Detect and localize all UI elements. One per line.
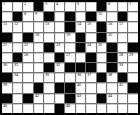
cell-r9c2[interactable] xyxy=(13,83,23,92)
cell-r5c9[interactable]: 24 xyxy=(86,43,96,52)
clue-number: 20 xyxy=(108,33,112,37)
cell-r2c2 xyxy=(13,12,23,21)
cell-r11c3[interactable] xyxy=(23,104,33,113)
cell-r1c5[interactable]: 3 xyxy=(44,2,54,11)
cell-r3c10 xyxy=(97,22,107,31)
cell-r3c13[interactable] xyxy=(128,22,138,31)
cell-r7c8 xyxy=(76,63,86,72)
cell-r7c6[interactable]: 32 xyxy=(55,63,65,72)
cell-r4c8 xyxy=(76,33,86,42)
clue-number: 37 xyxy=(87,73,91,77)
cell-r7c10[interactable] xyxy=(97,63,107,72)
crossword-grid: 1234567891011121314151617181920212223242… xyxy=(0,0,140,115)
clue-number: 11 xyxy=(3,22,7,26)
cell-r2c13[interactable] xyxy=(128,12,138,21)
cell-r3c9[interactable]: 15 xyxy=(86,22,96,31)
cell-r6c6 xyxy=(55,53,65,62)
clue-number: 44 xyxy=(108,94,112,98)
clue-number: 1 xyxy=(3,2,5,6)
cell-r9c6 xyxy=(55,83,65,92)
cell-r11c11[interactable] xyxy=(107,104,117,113)
cell-r4c7[interactable]: 19 xyxy=(65,33,75,42)
cell-r4c5[interactable] xyxy=(44,33,54,42)
cell-r1c13[interactable]: 7 xyxy=(128,2,138,11)
clue-number: 32 xyxy=(56,63,60,67)
cell-r3c11[interactable]: 16 xyxy=(107,22,117,31)
cell-r3c1[interactable]: 11 xyxy=(2,22,12,31)
clue-number: 5 xyxy=(77,2,79,6)
cell-r9c9[interactable] xyxy=(86,83,96,92)
cell-r4c12[interactable] xyxy=(118,33,128,42)
clue-number: 17 xyxy=(119,22,123,26)
cell-r8c2[interactable]: 34 xyxy=(13,73,23,82)
clue-number: 8 xyxy=(24,12,26,16)
cell-r10c8[interactable]: 43 xyxy=(76,94,86,103)
clue-number: 9 xyxy=(35,12,37,16)
cell-r10c5[interactable] xyxy=(44,94,54,103)
clue-number: 24 xyxy=(87,43,91,47)
clue-number: 45 xyxy=(3,104,7,108)
cell-r11c7[interactable]: 46 xyxy=(65,104,75,113)
cell-r2c7 xyxy=(65,12,75,21)
cell-r9c10[interactable] xyxy=(97,83,107,92)
cell-r6c5[interactable] xyxy=(44,53,54,62)
clue-number: 27 xyxy=(66,53,70,57)
cell-r7c7 xyxy=(65,63,75,72)
cell-r10c10 xyxy=(97,94,107,103)
cell-r2c9 xyxy=(86,12,96,21)
cell-r4c11[interactable]: 20 xyxy=(107,33,117,42)
cell-r1c4 xyxy=(34,2,44,11)
cell-r5c2[interactable] xyxy=(13,43,23,52)
cell-r8c4[interactable] xyxy=(34,73,44,82)
cell-r2c3[interactable]: 8 xyxy=(23,12,33,21)
cell-r7c9 xyxy=(86,63,96,72)
clue-number: 16 xyxy=(108,22,112,26)
clue-number: 42 xyxy=(35,94,39,98)
cell-r5c1[interactable]: 21 xyxy=(2,43,12,52)
cell-r9c4 xyxy=(34,83,44,92)
cell-r10c13[interactable] xyxy=(128,94,138,103)
cell-r4c9[interactable] xyxy=(86,33,96,42)
clue-number: 3 xyxy=(45,2,47,6)
cell-r7c2[interactable]: 31 xyxy=(13,63,23,72)
cell-r3c5[interactable]: 13 xyxy=(44,22,54,31)
cell-r7c13[interactable] xyxy=(128,63,138,72)
cell-r10c7 xyxy=(65,94,75,103)
cell-r8c11[interactable]: 38 xyxy=(107,73,117,82)
cell-r1c7[interactable] xyxy=(65,2,75,11)
cell-r2c1[interactable] xyxy=(2,12,12,21)
cell-r7c3[interactable] xyxy=(23,63,33,72)
clue-number: 31 xyxy=(14,63,18,67)
cell-r8c1 xyxy=(2,73,12,82)
clue-number: 26 xyxy=(24,53,28,57)
cell-r8c9[interactable]: 37 xyxy=(86,73,96,82)
clue-number: 18 xyxy=(35,33,39,37)
clue-number: 10 xyxy=(98,12,102,16)
cell-r7c12[interactable]: 33 xyxy=(118,63,128,72)
clue-number: 40 xyxy=(77,83,81,87)
cell-r5c3[interactable]: 22 xyxy=(23,43,33,52)
cell-r9c12[interactable]: 41 xyxy=(118,83,128,92)
cell-r1c1[interactable]: 1 xyxy=(2,2,12,11)
cell-r2c11[interactable] xyxy=(107,12,117,21)
cell-r4c2[interactable] xyxy=(13,33,23,42)
cell-r8c10 xyxy=(97,73,107,82)
cell-r2c5 xyxy=(44,12,54,21)
clue-number: 2 xyxy=(24,2,26,6)
clue-number: 33 xyxy=(119,63,123,67)
cell-r4c10 xyxy=(97,33,107,42)
cell-r10c9[interactable] xyxy=(86,94,96,103)
cell-r4c4[interactable]: 18 xyxy=(34,33,44,42)
cell-r11c6 xyxy=(55,104,65,113)
cell-r1c8[interactable]: 5 xyxy=(76,2,86,11)
cell-r9c7 xyxy=(65,83,75,92)
clue-number: 39 xyxy=(3,83,7,87)
cell-r10c12[interactable] xyxy=(118,94,128,103)
clue-number: 4 xyxy=(56,2,58,6)
cell-r1c2[interactable] xyxy=(13,2,23,11)
cell-r10c3 xyxy=(23,94,33,103)
cell-r2c8[interactable] xyxy=(76,12,86,21)
clue-number: 36 xyxy=(77,73,81,77)
clue-number: 46 xyxy=(66,104,70,108)
clue-number: 22 xyxy=(24,43,28,47)
cell-r7c5 xyxy=(44,63,54,72)
cell-r6c10[interactable] xyxy=(97,53,107,62)
cell-r2c4[interactable]: 9 xyxy=(34,12,44,21)
cell-r8c5[interactable]: 35 xyxy=(44,73,54,82)
cell-r4c1 xyxy=(2,33,12,42)
clue-number: 7 xyxy=(129,2,131,6)
cell-r2c12 xyxy=(118,12,128,21)
cell-r1c12[interactable] xyxy=(118,2,128,11)
cell-r7c11 xyxy=(107,63,117,72)
cell-r5c11 xyxy=(107,43,117,52)
cell-r11c5[interactable] xyxy=(44,104,54,113)
cell-r5c8 xyxy=(76,43,86,52)
cell-r9c11[interactable] xyxy=(107,83,117,92)
cell-r11c1[interactable]: 45 xyxy=(2,104,12,113)
cell-r3c7 xyxy=(65,22,75,31)
clue-number: 35 xyxy=(45,73,49,77)
cell-r2c6[interactable] xyxy=(55,12,65,21)
clue-number: 12 xyxy=(14,22,18,26)
cell-r5c10[interactable]: 25 xyxy=(97,43,107,52)
cell-r1c3[interactable]: 2 xyxy=(23,2,33,11)
cell-r6c2 xyxy=(13,53,23,62)
clue-number: 28 xyxy=(119,53,123,57)
cell-r5c4[interactable] xyxy=(34,43,44,52)
cell-r6c1[interactable] xyxy=(2,53,12,62)
clue-number: 30 xyxy=(3,63,7,67)
clue-number: 13 xyxy=(45,22,49,26)
cell-r3c12[interactable]: 17 xyxy=(118,22,128,31)
cell-r7c1[interactable]: 30 xyxy=(2,63,12,72)
cell-r11c12[interactable] xyxy=(118,104,128,113)
cell-r10c4[interactable]: 42 xyxy=(34,94,44,103)
cell-r6c8[interactable] xyxy=(76,53,86,62)
clue-number: 38 xyxy=(108,73,112,77)
cell-r5c5 xyxy=(44,43,54,52)
cell-r3c8[interactable]: 14 xyxy=(76,22,86,31)
cell-r9c13 xyxy=(128,83,138,92)
cell-r4c13[interactable] xyxy=(128,33,138,42)
cell-r4c6[interactable] xyxy=(55,33,65,42)
cell-r6c4[interactable] xyxy=(34,53,44,62)
cell-r10c6[interactable] xyxy=(55,94,65,103)
clue-number: 41 xyxy=(119,83,123,87)
clue-number: 21 xyxy=(3,43,7,47)
cell-r11c10[interactable] xyxy=(97,104,107,113)
cell-r11c13[interactable] xyxy=(128,104,138,113)
cell-r5c6[interactable]: 23 xyxy=(55,43,65,52)
clue-number: 43 xyxy=(77,94,81,98)
cell-r1c6[interactable]: 4 xyxy=(55,2,65,11)
clue-number: 29 xyxy=(129,53,133,57)
cell-r9c1[interactable]: 39 xyxy=(2,83,12,92)
cell-r9c5[interactable] xyxy=(44,83,54,92)
cell-r1c9[interactable] xyxy=(86,2,96,11)
cell-r3c2[interactable]: 12 xyxy=(13,22,23,31)
cell-r6c3[interactable]: 26 xyxy=(23,53,33,62)
cell-r7c4[interactable] xyxy=(34,63,44,72)
cell-r11c4[interactable] xyxy=(34,104,44,113)
cell-r6c13[interactable]: 29 xyxy=(128,53,138,62)
cell-r10c11[interactable]: 44 xyxy=(107,94,117,103)
cell-r8c3[interactable] xyxy=(23,73,33,82)
cell-r11c8[interactable] xyxy=(76,104,86,113)
clue-number: 15 xyxy=(87,22,91,26)
cell-r6c11 xyxy=(107,53,117,62)
cell-r9c8[interactable]: 40 xyxy=(76,83,86,92)
cell-r8c12 xyxy=(118,73,128,82)
cell-r8c7[interactable] xyxy=(65,73,75,82)
cell-r1c10 xyxy=(97,2,107,11)
cell-r11c9[interactable] xyxy=(86,104,96,113)
cell-r3c6[interactable] xyxy=(55,22,65,31)
cell-r2c10[interactable]: 10 xyxy=(97,12,107,21)
cell-r3c4[interactable] xyxy=(34,22,44,31)
clue-number: 25 xyxy=(98,43,102,47)
cell-r11c2[interactable] xyxy=(13,104,23,113)
clue-number: 14 xyxy=(77,22,81,26)
clue-number: 23 xyxy=(56,43,60,47)
cell-r3c3[interactable] xyxy=(23,22,33,31)
clue-number: 19 xyxy=(66,33,70,37)
cell-r6c7[interactable]: 27 xyxy=(65,53,75,62)
cell-r8c13[interactable] xyxy=(128,73,138,82)
clue-number: 6 xyxy=(108,2,110,6)
cell-r5c13 xyxy=(128,43,138,52)
clue-number: 34 xyxy=(14,73,18,77)
cell-r8c6[interactable] xyxy=(55,73,65,82)
cell-r6c9 xyxy=(86,53,96,62)
cell-r6c12[interactable]: 28 xyxy=(118,53,128,62)
cell-r10c1 xyxy=(2,94,12,103)
cell-r4c3 xyxy=(23,33,33,42)
cell-r10c2[interactable] xyxy=(13,94,23,103)
cell-r1c11[interactable]: 6 xyxy=(107,2,117,11)
cell-r8c8[interactable]: 36 xyxy=(76,73,86,82)
cell-r9c3[interactable] xyxy=(23,83,33,92)
cell-r5c7[interactable] xyxy=(65,43,75,52)
cell-r5c12[interactable] xyxy=(118,43,128,52)
